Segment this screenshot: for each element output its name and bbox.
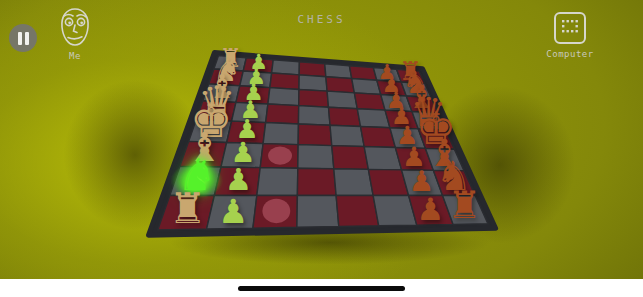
piece-black-rook-h8[interactable]: ♜ xyxy=(448,187,482,225)
square-c4[interactable] xyxy=(299,89,329,107)
square-h4[interactable] xyxy=(297,196,339,228)
square-b3[interactable] xyxy=(270,73,299,89)
square-d3[interactable] xyxy=(266,104,299,124)
square-e4[interactable] xyxy=(298,124,332,146)
game-stage: ♜♟♟♜♞♟♟♞♝♟♟♝♛♟♟♛♚♟♟♚♝♟♟♝♞♟♟♞♜♟♟♜ xyxy=(0,0,643,279)
home-indicator[interactable] xyxy=(238,286,405,291)
pause-icon xyxy=(18,32,22,45)
square-e3[interactable] xyxy=(263,123,298,145)
square-d5[interactable] xyxy=(329,107,361,126)
square-h5[interactable] xyxy=(336,196,379,227)
square-e5[interactable] xyxy=(330,125,364,146)
pause-button[interactable] xyxy=(9,24,37,52)
square-g4[interactable] xyxy=(297,168,336,195)
square-b5[interactable] xyxy=(326,77,354,93)
square-b4[interactable] xyxy=(299,75,327,91)
square-c5[interactable] xyxy=(327,91,357,109)
piece-black-pawn-h7[interactable]: ♟ xyxy=(416,193,444,224)
system-bar xyxy=(0,279,643,297)
piece-white-pawn-h2[interactable]: ♟ xyxy=(218,194,248,227)
square-f4[interactable] xyxy=(298,145,334,169)
square-c3[interactable] xyxy=(268,88,299,106)
square-d4[interactable] xyxy=(298,106,330,126)
game-title: CHESS xyxy=(0,13,643,26)
square-g5[interactable] xyxy=(334,169,373,196)
app-screen: ♜♟♟♜♞♟♟♞♝♟♟♝♛♟♟♛♚♟♟♚♝♟♟♝♞♟♟♞♜♟♟♜ xyxy=(0,0,643,297)
player-me-label: Me xyxy=(48,51,102,61)
legal-move-circle-h3[interactable] xyxy=(262,199,290,223)
square-f5[interactable] xyxy=(332,146,369,170)
player-computer-label: Computer xyxy=(538,49,602,59)
piece-white-rook-h1[interactable]: ♜ xyxy=(169,188,207,230)
square-g3[interactable] xyxy=(257,168,298,196)
legal-move-circle-f3[interactable] xyxy=(268,147,292,165)
